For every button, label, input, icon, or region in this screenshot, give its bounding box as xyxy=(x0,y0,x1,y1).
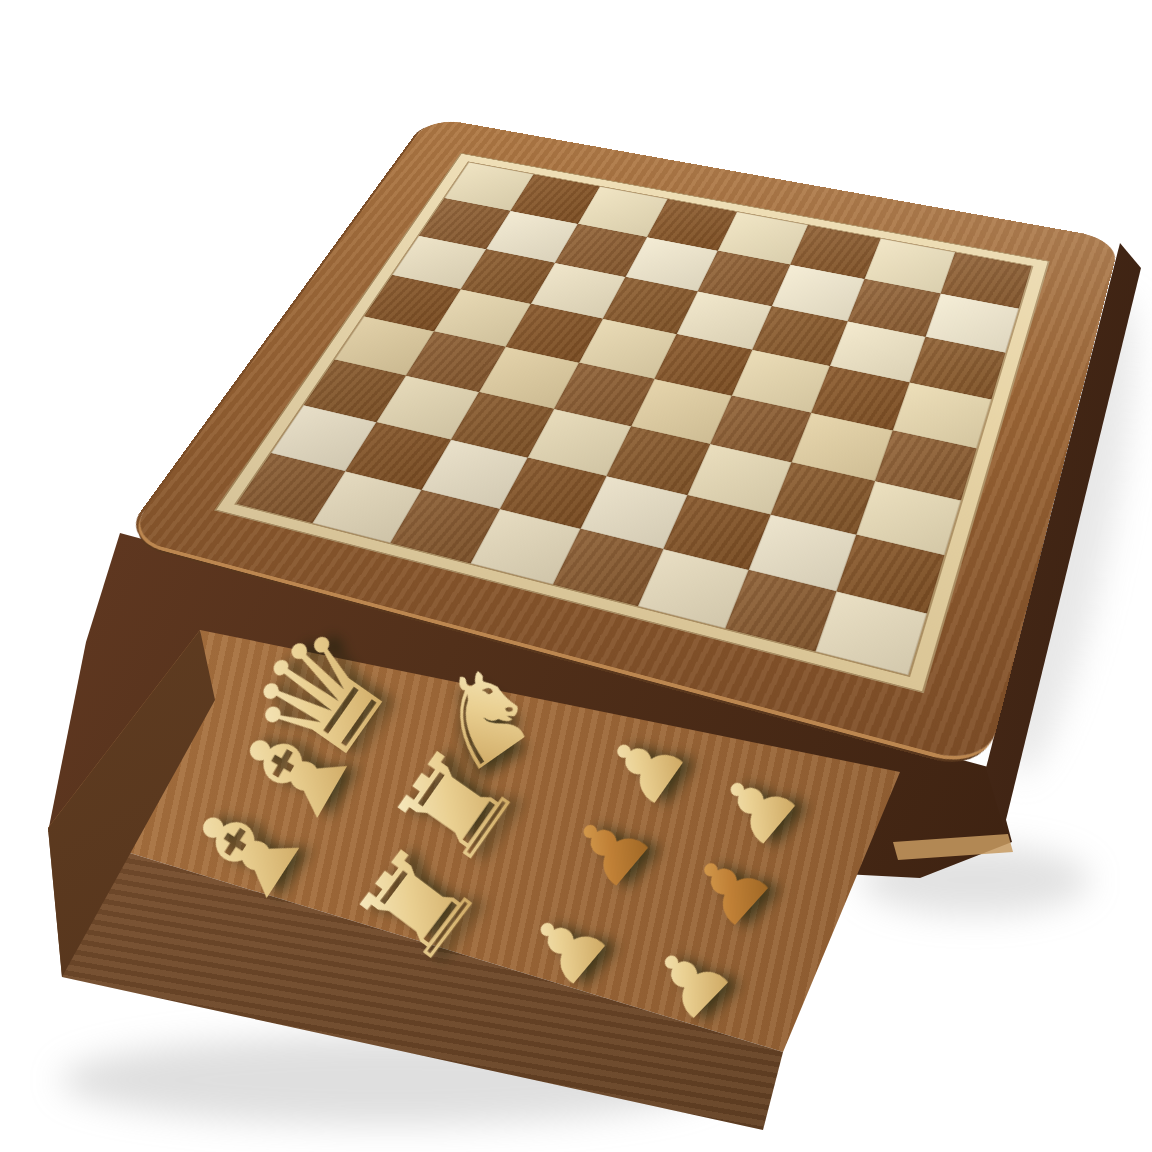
chess-box-photo: ♛♞♝♜♟♟♝♜♟♟♟♟ xyxy=(0,0,1152,1152)
